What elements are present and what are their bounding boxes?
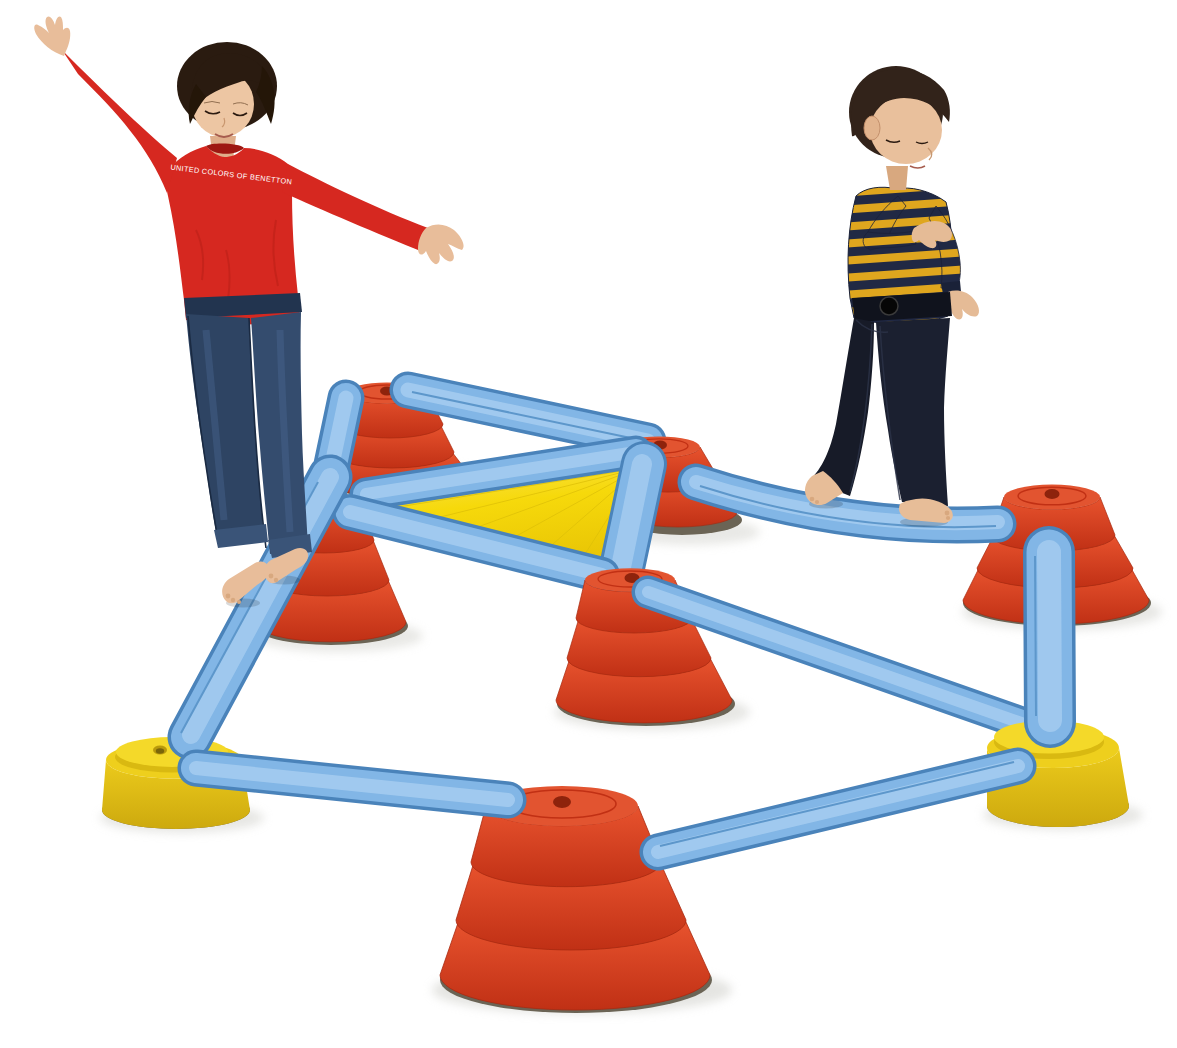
boy-hand-far [948, 291, 979, 320]
girl-sleeve-right [62, 50, 177, 193]
red-cone-big-front [440, 786, 712, 1013]
girl-hand-right [34, 16, 70, 56]
boy-forearm-near [863, 231, 916, 248]
boy-belt-buckle [880, 297, 898, 315]
plank-right-southeast [1035, 552, 1050, 722]
boy-figure [805, 66, 979, 527]
boy-mouth [910, 166, 925, 168]
plank-bigcone-southeast [658, 762, 1018, 852]
photo-stage: UNITED COLORS OF BENETTON [0, 0, 1177, 1048]
boy-neck [886, 166, 908, 190]
girl-sleeve-left [282, 164, 428, 252]
plank-triangle-right [620, 464, 644, 572]
boy-jeans-left-leg [810, 318, 874, 496]
girl-hand-left [418, 224, 464, 264]
boy-ear [864, 116, 880, 140]
balance-course-scene: UNITED COLORS OF BENETTON [0, 0, 1177, 1048]
